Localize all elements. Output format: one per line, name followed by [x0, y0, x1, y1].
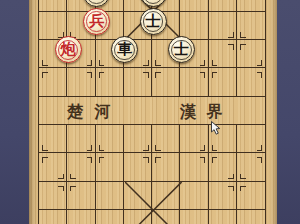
- point-marker: [42, 157, 48, 163]
- point-marker: [155, 145, 161, 151]
- point-marker: [200, 60, 206, 66]
- river-label-chu-he: 楚河: [67, 102, 122, 123]
- board-cell[interactable]: [124, 182, 152, 210]
- point-marker: [155, 60, 161, 66]
- piece-label: 士: [174, 42, 189, 57]
- point-marker: [155, 72, 161, 78]
- point-marker: [228, 174, 234, 180]
- point-marker: [87, 72, 93, 78]
- point-marker: [200, 72, 206, 78]
- board-cell[interactable]: [209, 210, 237, 224]
- point-marker: [87, 60, 93, 66]
- board-cell[interactable]: [39, 0, 67, 12]
- board-cell[interactable]: [39, 97, 67, 125]
- point-marker: [143, 60, 149, 66]
- board-cell[interactable]: [124, 97, 152, 125]
- point-marker: [58, 186, 64, 192]
- board-cell[interactable]: [152, 210, 180, 224]
- point-marker: [200, 145, 206, 151]
- point-marker: [240, 32, 246, 38]
- piece-label: 炮: [61, 42, 76, 57]
- piece-label: 車: [117, 42, 132, 57]
- point-marker: [58, 174, 64, 180]
- board-cell[interactable]: [209, 0, 237, 12]
- board-cell[interactable]: [180, 0, 208, 12]
- board-cell[interactable]: [67, 210, 95, 224]
- point-marker: [42, 72, 48, 78]
- point-marker: [99, 60, 105, 66]
- board-cell[interactable]: [96, 182, 124, 210]
- point-marker: [257, 145, 263, 151]
- point-marker: [70, 174, 76, 180]
- point-marker: [99, 72, 105, 78]
- board-cell[interactable]: [180, 210, 208, 224]
- board-cell[interactable]: [180, 182, 208, 210]
- point-marker: [228, 186, 234, 192]
- point-marker: [240, 174, 246, 180]
- point-marker: [87, 145, 93, 151]
- piece-label: 士: [146, 14, 161, 29]
- point-marker: [240, 44, 246, 50]
- point-marker: [212, 72, 218, 78]
- point-marker: [143, 145, 149, 151]
- point-marker: [212, 157, 218, 163]
- river-label-han-jie: 漢界: [180, 102, 233, 123]
- point-marker: [70, 186, 76, 192]
- board-cell[interactable]: [96, 210, 124, 224]
- point-marker: [99, 145, 105, 151]
- point-marker: [257, 60, 263, 66]
- point-marker: [228, 44, 234, 50]
- board-cell[interactable]: [124, 210, 152, 224]
- board-cell[interactable]: [237, 97, 265, 125]
- point-marker: [155, 157, 161, 163]
- point-marker: [99, 157, 105, 163]
- point-marker: [42, 145, 48, 151]
- board-cell[interactable]: [152, 97, 180, 125]
- piece-red-cannon[interactable]: 炮: [55, 36, 82, 63]
- point-marker: [143, 72, 149, 78]
- board-cell[interactable]: [237, 0, 265, 12]
- board-cell[interactable]: [152, 182, 180, 210]
- xiangqi-app: 楚河 漢界 兵士炮車士: [0, 0, 300, 224]
- point-marker: [240, 186, 246, 192]
- point-marker: [212, 60, 218, 66]
- piece-black-advisor[interactable]: 士: [140, 8, 167, 35]
- piece-red-soldier[interactable]: 兵: [83, 8, 110, 35]
- point-marker: [212, 145, 218, 151]
- point-marker: [42, 60, 48, 66]
- point-marker: [143, 157, 149, 163]
- board-cell[interactable]: [39, 210, 67, 224]
- point-marker: [87, 157, 93, 163]
- piece-label: 兵: [89, 14, 104, 29]
- point-marker: [257, 157, 263, 163]
- piece-black-advisor[interactable]: 士: [168, 36, 195, 63]
- xiangqi-board[interactable]: 楚河 漢界 兵士炮車士: [29, 0, 277, 224]
- point-marker: [257, 72, 263, 78]
- point-marker: [228, 32, 234, 38]
- board-cell[interactable]: [237, 210, 265, 224]
- point-marker: [200, 157, 206, 163]
